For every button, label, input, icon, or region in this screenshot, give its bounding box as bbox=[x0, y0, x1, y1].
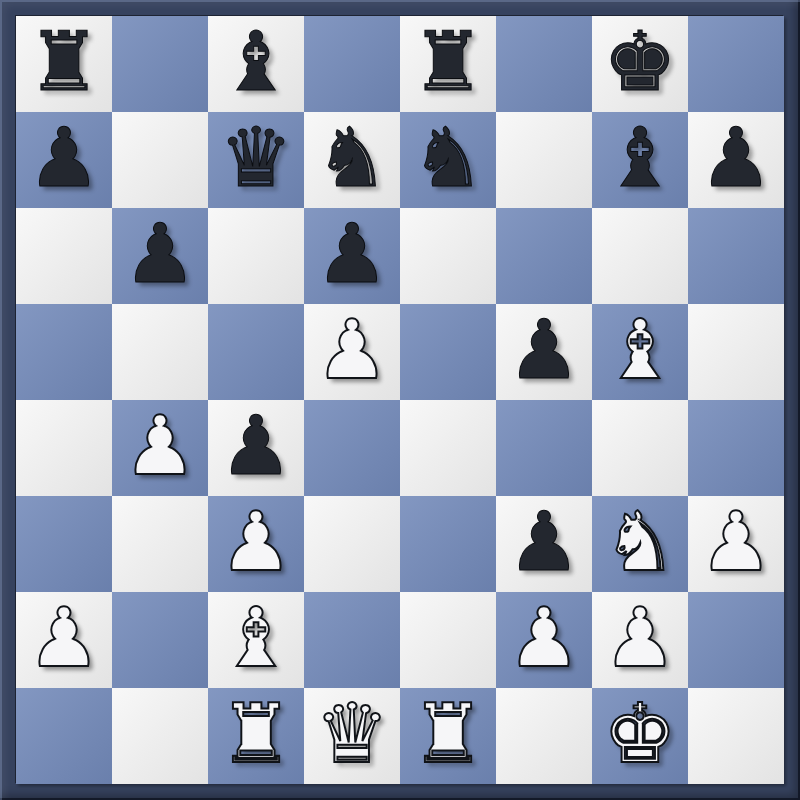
square-h4[interactable] bbox=[688, 400, 784, 496]
black-knight[interactable]: ♞ bbox=[411, 112, 485, 206]
square-a3[interactable] bbox=[16, 496, 112, 592]
square-g5[interactable]: ♝ bbox=[592, 304, 688, 400]
square-e8[interactable]: ♜ bbox=[400, 16, 496, 112]
square-c4[interactable]: ♟ bbox=[208, 400, 304, 496]
square-f5[interactable]: ♟ bbox=[496, 304, 592, 400]
square-a6[interactable] bbox=[16, 208, 112, 304]
white-pawn[interactable]: ♟ bbox=[603, 592, 677, 686]
black-pawn[interactable]: ♟ bbox=[507, 304, 581, 398]
black-pawn[interactable]: ♟ bbox=[315, 208, 389, 302]
square-f2[interactable]: ♟ bbox=[496, 592, 592, 688]
black-knight[interactable]: ♞ bbox=[315, 112, 389, 206]
white-pawn[interactable]: ♟ bbox=[507, 592, 581, 686]
white-pawn[interactable]: ♟ bbox=[123, 400, 197, 494]
square-b4[interactable]: ♟ bbox=[112, 400, 208, 496]
square-c1[interactable]: ♜ bbox=[208, 688, 304, 784]
white-queen[interactable]: ♛ bbox=[315, 688, 389, 782]
square-h8[interactable] bbox=[688, 16, 784, 112]
square-b6[interactable]: ♟ bbox=[112, 208, 208, 304]
white-pawn[interactable]: ♟ bbox=[315, 304, 389, 398]
square-c5[interactable] bbox=[208, 304, 304, 400]
black-queen[interactable]: ♛ bbox=[219, 112, 293, 206]
square-d6[interactable]: ♟ bbox=[304, 208, 400, 304]
square-h6[interactable] bbox=[688, 208, 784, 304]
square-f6[interactable] bbox=[496, 208, 592, 304]
square-d8[interactable] bbox=[304, 16, 400, 112]
square-d4[interactable] bbox=[304, 400, 400, 496]
square-c8[interactable]: ♝ bbox=[208, 16, 304, 112]
square-d7[interactable]: ♞ bbox=[304, 112, 400, 208]
square-f7[interactable] bbox=[496, 112, 592, 208]
white-bishop[interactable]: ♝ bbox=[219, 592, 293, 686]
square-b8[interactable] bbox=[112, 16, 208, 112]
square-e2[interactable] bbox=[400, 592, 496, 688]
square-c3[interactable]: ♟ bbox=[208, 496, 304, 592]
black-pawn[interactable]: ♟ bbox=[27, 112, 101, 206]
square-b3[interactable] bbox=[112, 496, 208, 592]
square-c6[interactable] bbox=[208, 208, 304, 304]
black-pawn[interactable]: ♟ bbox=[699, 112, 773, 206]
white-king[interactable]: ♚ bbox=[603, 688, 677, 782]
black-pawn[interactable]: ♟ bbox=[507, 496, 581, 590]
white-rook[interactable]: ♜ bbox=[219, 688, 293, 782]
square-h1[interactable] bbox=[688, 688, 784, 784]
square-g7[interactable]: ♝ bbox=[592, 112, 688, 208]
white-bishop[interactable]: ♝ bbox=[603, 304, 677, 398]
square-c2[interactable]: ♝ bbox=[208, 592, 304, 688]
square-a5[interactable] bbox=[16, 304, 112, 400]
black-pawn[interactable]: ♟ bbox=[123, 208, 197, 302]
white-rook[interactable]: ♜ bbox=[411, 688, 485, 782]
square-e5[interactable] bbox=[400, 304, 496, 400]
square-a8[interactable]: ♜ bbox=[16, 16, 112, 112]
square-d1[interactable]: ♛ bbox=[304, 688, 400, 784]
square-f3[interactable]: ♟ bbox=[496, 496, 592, 592]
square-g4[interactable] bbox=[592, 400, 688, 496]
square-h2[interactable] bbox=[688, 592, 784, 688]
square-h5[interactable] bbox=[688, 304, 784, 400]
white-knight[interactable]: ♞ bbox=[603, 496, 677, 590]
black-bishop[interactable]: ♝ bbox=[603, 112, 677, 206]
chess-board: ♜♝♜♚♟♛♞♞♝♟♟♟♟♟♝♟♟♟♟♞♟♟♝♟♟♜♛♜♚ bbox=[16, 16, 784, 784]
square-e3[interactable] bbox=[400, 496, 496, 592]
square-c7[interactable]: ♛ bbox=[208, 112, 304, 208]
square-b2[interactable] bbox=[112, 592, 208, 688]
square-e1[interactable]: ♜ bbox=[400, 688, 496, 784]
white-pawn[interactable]: ♟ bbox=[219, 496, 293, 590]
square-a7[interactable]: ♟ bbox=[16, 112, 112, 208]
square-d2[interactable] bbox=[304, 592, 400, 688]
black-rook[interactable]: ♜ bbox=[411, 16, 485, 110]
black-bishop[interactable]: ♝ bbox=[219, 16, 293, 110]
square-d5[interactable]: ♟ bbox=[304, 304, 400, 400]
black-king[interactable]: ♚ bbox=[603, 16, 677, 110]
square-a1[interactable] bbox=[16, 688, 112, 784]
square-b7[interactable] bbox=[112, 112, 208, 208]
square-h7[interactable]: ♟ bbox=[688, 112, 784, 208]
square-g1[interactable]: ♚ bbox=[592, 688, 688, 784]
square-a4[interactable] bbox=[16, 400, 112, 496]
square-f4[interactable] bbox=[496, 400, 592, 496]
square-d3[interactable] bbox=[304, 496, 400, 592]
square-e4[interactable] bbox=[400, 400, 496, 496]
square-a2[interactable]: ♟ bbox=[16, 592, 112, 688]
square-f8[interactable] bbox=[496, 16, 592, 112]
board-frame: ♜♝♜♚♟♛♞♞♝♟♟♟♟♟♝♟♟♟♟♞♟♟♝♟♟♜♛♜♚ bbox=[0, 0, 800, 800]
square-f1[interactable] bbox=[496, 688, 592, 784]
square-g3[interactable]: ♞ bbox=[592, 496, 688, 592]
black-pawn[interactable]: ♟ bbox=[219, 400, 293, 494]
square-h3[interactable]: ♟ bbox=[688, 496, 784, 592]
white-pawn[interactable]: ♟ bbox=[27, 592, 101, 686]
square-e7[interactable]: ♞ bbox=[400, 112, 496, 208]
square-e6[interactable] bbox=[400, 208, 496, 304]
square-b1[interactable] bbox=[112, 688, 208, 784]
square-g8[interactable]: ♚ bbox=[592, 16, 688, 112]
black-rook[interactable]: ♜ bbox=[27, 16, 101, 110]
square-g6[interactable] bbox=[592, 208, 688, 304]
white-pawn[interactable]: ♟ bbox=[699, 496, 773, 590]
square-b5[interactable] bbox=[112, 304, 208, 400]
square-g2[interactable]: ♟ bbox=[592, 592, 688, 688]
